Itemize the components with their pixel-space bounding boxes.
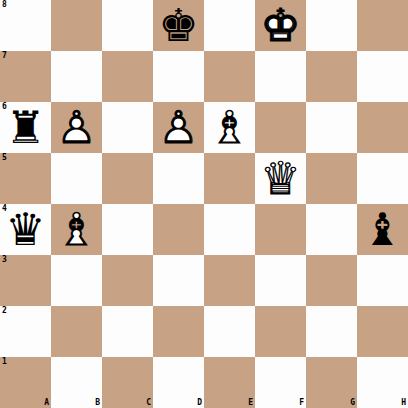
square-f6[interactable] <box>255 102 306 153</box>
square-e5[interactable] <box>204 153 255 204</box>
square-d2[interactable] <box>153 306 204 357</box>
piece-white-bishop[interactable]: ♗ <box>51 204 102 255</box>
square-h2[interactable] <box>357 306 408 357</box>
square-a5[interactable]: 5 <box>0 153 51 204</box>
piece-white-pawn[interactable]: ♙ <box>51 102 102 153</box>
square-c2[interactable] <box>102 306 153 357</box>
square-d6[interactable]: ♟♙ <box>153 102 204 153</box>
square-h4[interactable]: ♝ <box>357 204 408 255</box>
square-b3[interactable] <box>51 255 102 306</box>
file-label-g: G <box>350 399 355 407</box>
square-c1[interactable]: C <box>102 357 153 408</box>
square-e2[interactable] <box>204 306 255 357</box>
rank-label-3: 3 <box>2 256 7 264</box>
square-c5[interactable] <box>102 153 153 204</box>
square-e4[interactable] <box>204 204 255 255</box>
square-a2[interactable]: 2 <box>0 306 51 357</box>
square-g4[interactable] <box>306 204 357 255</box>
square-b5[interactable] <box>51 153 102 204</box>
file-label-a: A <box>44 399 49 407</box>
rank-label-2: 2 <box>2 307 7 315</box>
square-b1[interactable]: B <box>51 357 102 408</box>
square-a3[interactable]: 3 <box>0 255 51 306</box>
square-h7[interactable] <box>357 51 408 102</box>
square-b2[interactable] <box>51 306 102 357</box>
square-a1[interactable]: 1A <box>0 357 51 408</box>
chess-board: 8♚♚♔76♜♟♙♟♙♝♗5♛♕4♛♝♗♝321ABCDEFGH <box>0 0 408 408</box>
square-f5[interactable]: ♛♕ <box>255 153 306 204</box>
square-g2[interactable] <box>306 306 357 357</box>
square-g8[interactable] <box>306 0 357 51</box>
file-label-h: H <box>401 399 406 407</box>
square-a4[interactable]: 4♛ <box>0 204 51 255</box>
file-label-c: C <box>146 399 151 407</box>
square-c4[interactable] <box>102 204 153 255</box>
square-h6[interactable] <box>357 102 408 153</box>
square-c6[interactable] <box>102 102 153 153</box>
piece-white-bishop[interactable]: ♗ <box>204 102 255 153</box>
square-c8[interactable] <box>102 0 153 51</box>
square-h5[interactable] <box>357 153 408 204</box>
square-g5[interactable] <box>306 153 357 204</box>
file-label-f: F <box>299 399 304 407</box>
square-e1[interactable]: E <box>204 357 255 408</box>
square-h1[interactable]: H <box>357 357 408 408</box>
square-g7[interactable] <box>306 51 357 102</box>
square-a6[interactable]: 6♜ <box>0 102 51 153</box>
square-f2[interactable] <box>255 306 306 357</box>
square-b8[interactable] <box>51 0 102 51</box>
piece-black-queen[interactable]: ♛ <box>0 204 51 255</box>
file-label-e: E <box>248 399 253 407</box>
square-e6[interactable]: ♝♗ <box>204 102 255 153</box>
rank-label-5: 5 <box>2 154 7 162</box>
square-b6[interactable]: ♟♙ <box>51 102 102 153</box>
square-d3[interactable] <box>153 255 204 306</box>
piece-white-king[interactable]: ♔ <box>255 0 306 51</box>
square-d4[interactable] <box>153 204 204 255</box>
square-e8[interactable] <box>204 0 255 51</box>
square-b7[interactable] <box>51 51 102 102</box>
square-e7[interactable] <box>204 51 255 102</box>
piece-black-bishop[interactable]: ♝ <box>357 204 408 255</box>
square-h3[interactable] <box>357 255 408 306</box>
square-b4[interactable]: ♝♗ <box>51 204 102 255</box>
square-f1[interactable]: F <box>255 357 306 408</box>
square-f3[interactable] <box>255 255 306 306</box>
square-e3[interactable] <box>204 255 255 306</box>
square-d5[interactable] <box>153 153 204 204</box>
square-c3[interactable] <box>102 255 153 306</box>
piece-white-pawn[interactable]: ♙ <box>153 102 204 153</box>
rank-label-8: 8 <box>2 1 7 9</box>
file-label-d: D <box>197 399 202 407</box>
square-g6[interactable] <box>306 102 357 153</box>
piece-black-king[interactable]: ♚ <box>153 0 204 51</box>
square-d1[interactable]: D <box>153 357 204 408</box>
square-g3[interactable] <box>306 255 357 306</box>
piece-white-queen[interactable]: ♕ <box>255 153 306 204</box>
square-f4[interactable] <box>255 204 306 255</box>
square-f8[interactable]: ♚♔ <box>255 0 306 51</box>
square-c7[interactable] <box>102 51 153 102</box>
square-a8[interactable]: 8 <box>0 0 51 51</box>
square-f7[interactable] <box>255 51 306 102</box>
square-g1[interactable]: G <box>306 357 357 408</box>
file-label-b: B <box>95 399 100 407</box>
square-a7[interactable]: 7 <box>0 51 51 102</box>
square-d8[interactable]: ♚ <box>153 0 204 51</box>
square-h8[interactable] <box>357 0 408 51</box>
piece-black-rook[interactable]: ♜ <box>0 102 51 153</box>
square-d7[interactable] <box>153 51 204 102</box>
rank-label-7: 7 <box>2 52 7 60</box>
rank-label-1: 1 <box>2 358 7 366</box>
